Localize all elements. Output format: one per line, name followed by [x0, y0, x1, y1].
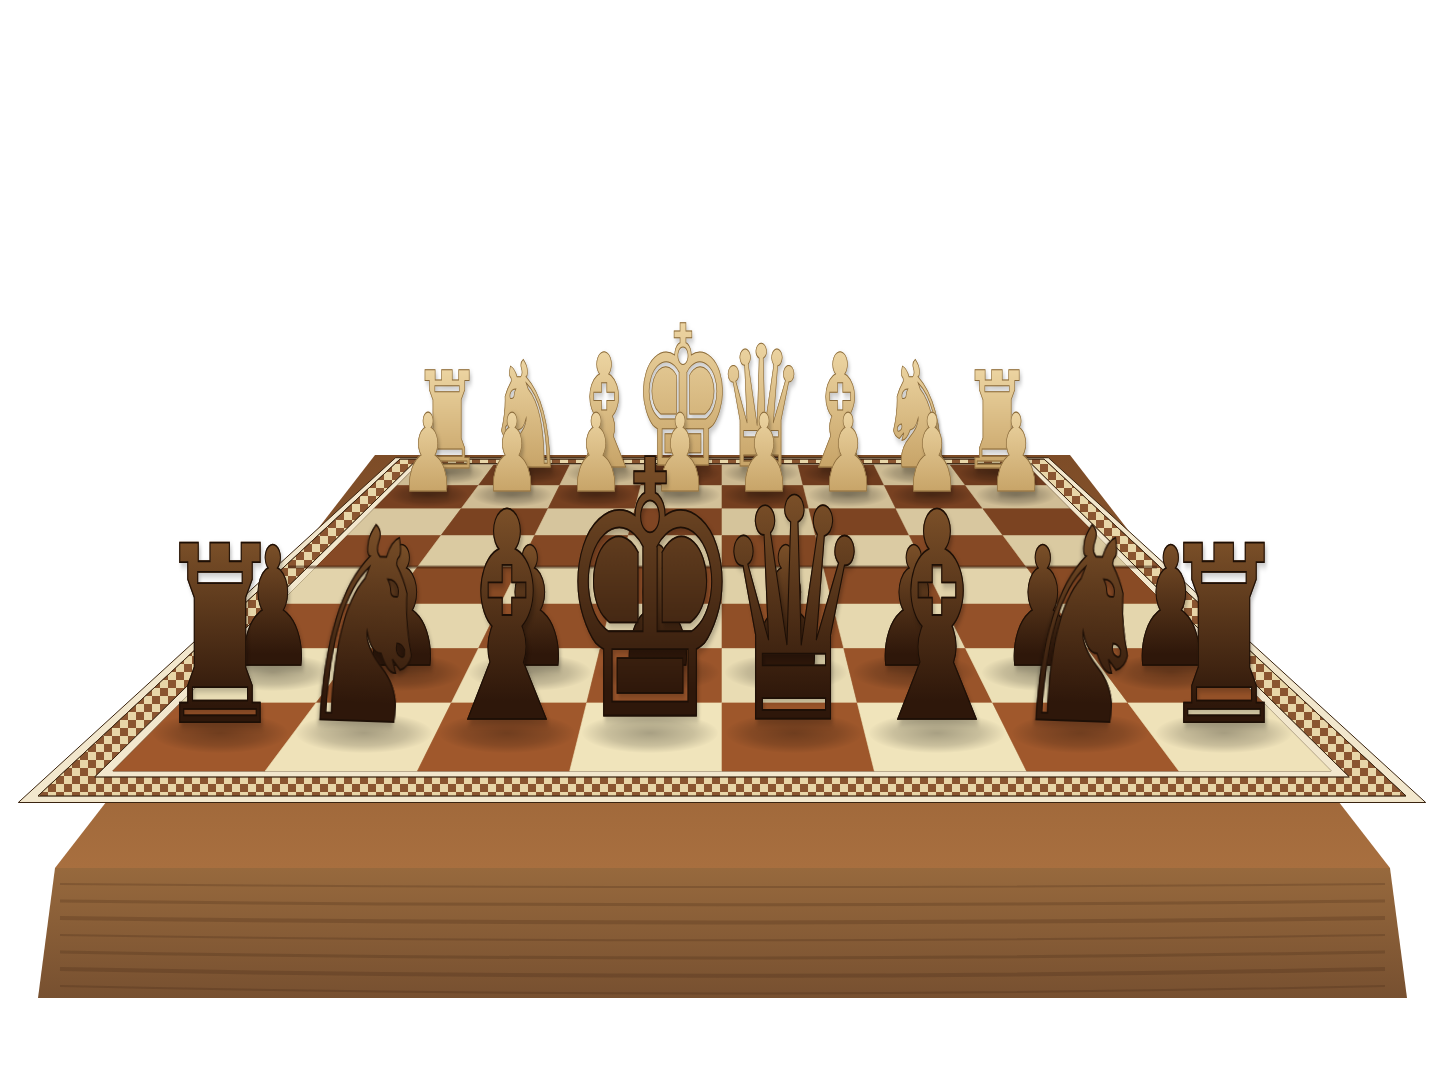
product-photo-stage: ♜♞♝♛♚♝♞♜♟♟♟♟♟♟♟♟♟♟♟♟♟♟♟♟♜♞♝♛♚♝♞♜ [0, 0, 1445, 1084]
piece-black-rook-a8[interactable]: ♜ [1160, 513, 1288, 759]
piece-black-bishop-f8[interactable]: ♝ [432, 476, 582, 764]
piece-black-bishop-c8[interactable]: ♝ [862, 476, 1012, 764]
piece-black-knight-b8[interactable]: ♞ [1009, 490, 1158, 764]
piece-black-king-e8[interactable]: ♚ [558, 415, 743, 770]
piece-black-rook-h8[interactable]: ♜ [156, 513, 284, 759]
piece-black-knight-g8[interactable]: ♞ [293, 490, 442, 764]
